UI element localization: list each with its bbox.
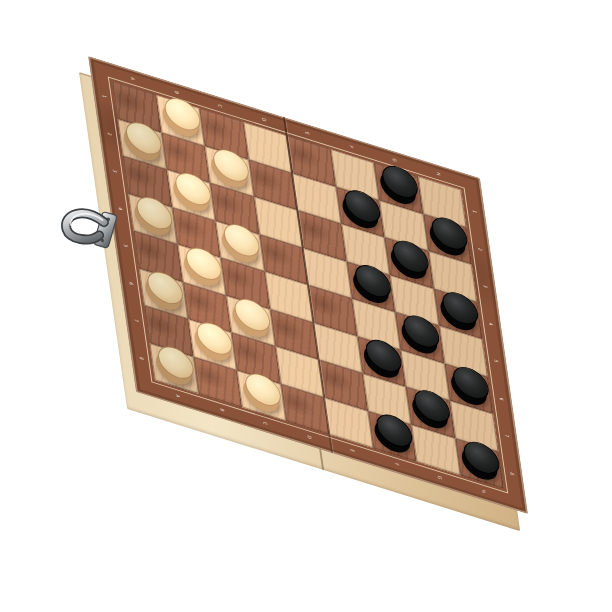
coord-label: D xyxy=(306,435,311,440)
board-3d-wrap: AA11BB22CC33DD44EE55FF66GG77HH88 xyxy=(88,56,528,514)
coord-label: D xyxy=(261,117,266,122)
coord-label: B xyxy=(174,90,179,94)
coord-label: B xyxy=(219,408,224,412)
coord-label: F xyxy=(393,462,398,466)
coord-label: A xyxy=(130,77,135,81)
coord-label: 2 xyxy=(107,132,112,136)
coord-label: 8 xyxy=(509,471,514,475)
board-frame: AA11BB22CC33DD44EE55FF66GG77HH88 xyxy=(88,56,528,514)
coord-label: 6 xyxy=(499,397,504,401)
coord-label: F xyxy=(348,145,353,149)
checker-black[interactable] xyxy=(460,443,500,484)
coord-label: C xyxy=(263,421,268,425)
coord-label: 7 xyxy=(504,434,509,438)
checker-black[interactable] xyxy=(372,416,412,457)
coord-label: 2 xyxy=(477,247,482,251)
coord-label: 7 xyxy=(133,319,138,323)
coord-label: H xyxy=(481,489,486,494)
coord-label: A xyxy=(175,394,180,398)
coord-label: 6 xyxy=(128,281,133,285)
coord-label: G xyxy=(437,475,442,480)
product-photo-scene: AA11BB22CC33DD44EE55FF66GG77HH88 xyxy=(0,0,612,612)
checker-white[interactable] xyxy=(241,375,281,416)
coord-label: 4 xyxy=(488,322,493,326)
coord-label: G xyxy=(392,158,397,163)
coord-label: 8 xyxy=(139,356,144,360)
coord-label: C xyxy=(217,104,222,108)
coord-label: H xyxy=(435,171,440,176)
coord-label: 1 xyxy=(101,94,106,98)
coord-label: E xyxy=(350,448,355,452)
checker-white[interactable] xyxy=(154,348,194,389)
coord-label: 5 xyxy=(493,359,498,363)
coord-label: E xyxy=(304,131,309,135)
coord-label: 3 xyxy=(483,284,488,288)
metal-clasp-icon[interactable] xyxy=(52,194,124,260)
coord-label: 1 xyxy=(472,210,477,214)
coord-label: 3 xyxy=(112,169,117,173)
